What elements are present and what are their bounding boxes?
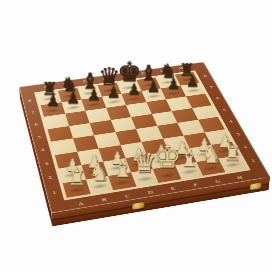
rook-glyph: ♜ (67, 166, 86, 190)
knight-glyph: ♞ (89, 160, 109, 186)
product-photo-chess-set: AABBCCDDEEFFGGHH8877665544332211 ♜♞♝♛♚♝♞… (0, 0, 272, 272)
knight-glyph: ♞ (201, 143, 221, 168)
scene: AABBCCDDEEFFGGHH8877665544332211 ♜♞♝♛♚♝♞… (0, 0, 272, 272)
bishop-glyph: ♝ (178, 144, 200, 172)
brass-latch-icon (133, 202, 145, 210)
folding-chess-board: AABBCCDDEEFFGGHH8877665544332211 ♜♞♝♛♚♝♞… (19, 62, 270, 213)
light-rook-a1[interactable]: ♜ (62, 157, 90, 190)
brass-latch-icon (250, 182, 262, 190)
rook-glyph: ♜ (224, 142, 242, 165)
bishop-glyph: ♝ (111, 154, 133, 182)
